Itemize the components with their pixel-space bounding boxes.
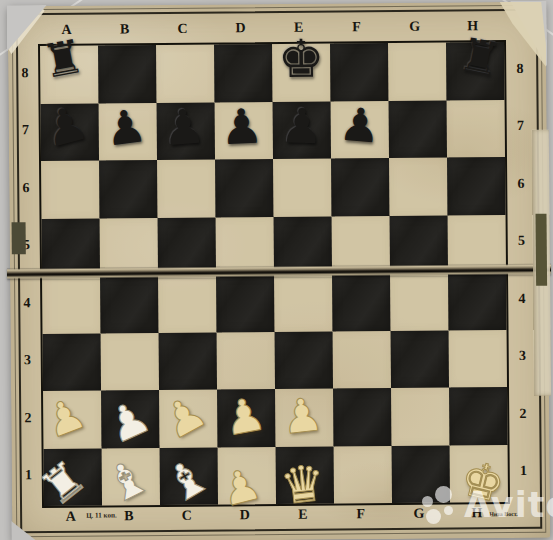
black-pawn-b7[interactable]: ♟ — [102, 102, 149, 153]
rank-label-left-3: 3 — [24, 352, 32, 368]
square-d4[interactable] — [216, 274, 274, 332]
square-h4[interactable] — [448, 272, 506, 330]
rank-label-left-6: 6 — [22, 180, 30, 196]
square-g7[interactable] — [389, 100, 447, 158]
square-c3[interactable] — [159, 332, 217, 390]
pieces-layer: ♜♚♜♟♟♟♟♟♟♟♟♟♟♟♜♝♝♟♛♚ — [8, 2, 546, 7]
board-coordinates: ABCDEFGHABCDEFGH8765432187654321 — [8, 2, 546, 7]
square-f8[interactable] — [330, 43, 388, 101]
black-pawn-c7[interactable]: ♟ — [160, 101, 207, 152]
square-f4[interactable] — [332, 273, 390, 331]
black-rook-a8[interactable]: ♜ — [39, 32, 88, 85]
square-g3[interactable] — [391, 330, 449, 388]
hinge-left — [12, 222, 26, 254]
square-g4[interactable] — [390, 273, 448, 331]
file-label-top-B: B — [120, 21, 130, 37]
price-print: Ц. 11 коп. — [86, 511, 117, 519]
floor-gap-bottom-left — [11, 511, 39, 540]
hinge-right — [536, 214, 548, 286]
square-b3[interactable] — [101, 333, 159, 391]
rank-label-left-7: 7 — [22, 122, 30, 138]
square-b4[interactable] — [100, 275, 158, 333]
file-label-bottom-F: F — [357, 506, 366, 522]
square-h6[interactable] — [447, 157, 505, 215]
square-h2[interactable] — [449, 387, 507, 445]
square-h3[interactable] — [449, 330, 507, 388]
black-pawn-e7[interactable]: ♟ — [280, 101, 324, 150]
cream-pawn-d2[interactable]: ♟ — [220, 390, 269, 443]
cream-queen-e1[interactable]: ♛ — [278, 458, 328, 513]
square-d8[interactable] — [214, 44, 272, 102]
rank-label-right-6: 6 — [517, 176, 525, 192]
black-pawn-f7[interactable]: ♟ — [337, 101, 382, 150]
rank-label-left-8: 8 — [21, 65, 29, 81]
cream-pawn-e2[interactable]: ♟ — [279, 390, 325, 440]
avito-watermark: Avito — [420, 484, 553, 526]
square-d3[interactable] — [217, 332, 275, 390]
file-label-top-G: G — [409, 19, 421, 35]
square-f3[interactable] — [333, 331, 391, 389]
avito-logo-icon — [420, 484, 462, 526]
square-b8[interactable] — [98, 45, 156, 103]
square-g2[interactable] — [391, 388, 449, 446]
square-g6[interactable] — [389, 158, 447, 216]
square-f2[interactable] — [333, 388, 391, 446]
rank-label-left-2: 2 — [24, 410, 32, 426]
file-label-top-D: D — [235, 20, 246, 36]
square-c6[interactable] — [157, 160, 215, 218]
square-e3[interactable] — [275, 331, 333, 389]
file-label-top-F: F — [352, 19, 361, 35]
file-label-top-C: C — [177, 21, 188, 37]
square-a3[interactable] — [43, 333, 101, 391]
square-a4[interactable] — [42, 276, 100, 334]
square-e6[interactable] — [273, 159, 331, 217]
rank-label-right-8: 8 — [516, 61, 524, 77]
rank-label-right-2: 2 — [519, 406, 527, 422]
black-pawn-d7[interactable]: ♟ — [219, 102, 264, 152]
chess-board: ABCDEFGHABCDEFGH8765432187654321 Ц. 11 к… — [8, 2, 551, 540]
square-d6[interactable] — [215, 159, 273, 217]
square-e4[interactable] — [274, 274, 332, 332]
rank-label-right-4: 4 — [518, 291, 526, 307]
avito-watermark-text: Avito — [464, 485, 553, 525]
square-a6[interactable] — [41, 161, 99, 219]
rank-label-right-5: 5 — [518, 233, 526, 249]
square-c4[interactable] — [158, 275, 216, 333]
square-f1[interactable] — [334, 446, 392, 504]
rank-label-right-7: 7 — [517, 118, 525, 134]
square-h7[interactable] — [447, 100, 505, 158]
square-g8[interactable] — [388, 43, 446, 101]
rank-label-right-1: 1 — [520, 463, 528, 479]
rank-label-right-3: 3 — [519, 348, 527, 364]
rank-label-left-4: 4 — [23, 295, 31, 311]
square-c8[interactable] — [156, 45, 214, 103]
black-king-e8[interactable]: ♚ — [278, 32, 325, 84]
square-b6[interactable] — [99, 160, 157, 218]
square-f6[interactable] — [331, 158, 389, 216]
